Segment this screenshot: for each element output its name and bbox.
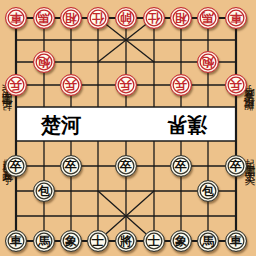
piece-red-chariot[interactable]: 車 — [5, 7, 27, 29]
piece-black-chariot[interactable]: 車 — [225, 230, 247, 252]
piece-character: 士 — [148, 235, 160, 247]
piece-character: 帥 — [120, 12, 132, 24]
piece-red-soldier[interactable]: 兵 — [170, 74, 192, 96]
piece-character: 卒 — [120, 160, 132, 172]
piece-red-soldier[interactable]: 兵 — [60, 74, 82, 96]
piece-red-soldier[interactable]: 兵 — [225, 74, 247, 96]
piece-character: 兵 — [65, 79, 77, 91]
river-text-han-jie: 漢界 — [153, 113, 207, 137]
piece-character: 士 — [92, 235, 104, 247]
piece-character: 車 — [230, 12, 242, 24]
piece-character: 包 — [38, 185, 50, 197]
piece-black-cannon[interactable]: 包 — [197, 180, 219, 202]
piece-black-horse[interactable]: 馬 — [33, 230, 55, 252]
piece-black-general[interactable]: 將 — [115, 230, 137, 252]
xiangqi-board-container: 起手無回大丈夫 觀棋不語真君子 觀棋不語真君子 起手無回大丈夫 楚河 漢界 車馬… — [0, 0, 256, 256]
piece-character: 馬 — [202, 235, 214, 247]
piece-red-cannon[interactable]: 炮 — [197, 51, 219, 73]
piece-character: 相 — [175, 12, 187, 24]
piece-character: 象 — [65, 235, 77, 247]
piece-character: 馬 — [38, 12, 50, 24]
piece-character: 仕 — [148, 12, 160, 24]
piece-black-soldier[interactable]: 卒 — [115, 155, 137, 177]
piece-black-soldier[interactable]: 卒 — [5, 155, 27, 177]
piece-red-elephant[interactable]: 相 — [170, 7, 192, 29]
piece-black-chariot[interactable]: 車 — [5, 230, 27, 252]
piece-character: 兵 — [230, 79, 242, 91]
piece-character: 車 — [230, 235, 242, 247]
board-grid[interactable] — [0, 0, 256, 256]
piece-black-cannon[interactable]: 包 — [33, 180, 55, 202]
piece-red-soldier[interactable]: 兵 — [5, 74, 27, 96]
piece-character: 車 — [10, 12, 22, 24]
piece-character: 卒 — [65, 160, 77, 172]
piece-character: 兵 — [10, 79, 22, 91]
piece-character: 將 — [120, 235, 132, 247]
piece-black-soldier[interactable]: 卒 — [170, 155, 192, 177]
piece-character: 兵 — [175, 79, 187, 91]
piece-character: 包 — [202, 185, 214, 197]
piece-red-advisor[interactable]: 仕 — [143, 7, 165, 29]
piece-character: 車 — [10, 235, 22, 247]
piece-red-horse[interactable]: 馬 — [197, 7, 219, 29]
piece-red-elephant[interactable]: 相 — [60, 7, 82, 29]
piece-character: 馬 — [202, 12, 214, 24]
piece-black-horse[interactable]: 馬 — [197, 230, 219, 252]
piece-red-cannon[interactable]: 炮 — [33, 51, 55, 73]
piece-character: 卒 — [175, 160, 187, 172]
piece-character: 炮 — [202, 56, 214, 68]
piece-red-general[interactable]: 帥 — [115, 7, 137, 29]
river-text-chu-he: 楚河 — [41, 113, 95, 137]
piece-character: 象 — [175, 235, 187, 247]
piece-black-soldier[interactable]: 卒 — [60, 155, 82, 177]
piece-character: 炮 — [38, 56, 50, 68]
piece-character: 仕 — [92, 12, 104, 24]
piece-red-horse[interactable]: 馬 — [33, 7, 55, 29]
piece-red-soldier[interactable]: 兵 — [115, 74, 137, 96]
piece-red-chariot[interactable]: 車 — [225, 7, 247, 29]
piece-character: 卒 — [230, 160, 242, 172]
piece-black-soldier[interactable]: 卒 — [225, 155, 247, 177]
piece-character: 卒 — [10, 160, 22, 172]
piece-character: 馬 — [38, 235, 50, 247]
piece-black-advisor[interactable]: 士 — [143, 230, 165, 252]
piece-black-elephant[interactable]: 象 — [170, 230, 192, 252]
piece-black-advisor[interactable]: 士 — [87, 230, 109, 252]
piece-character: 兵 — [120, 79, 132, 91]
piece-red-advisor[interactable]: 仕 — [87, 7, 109, 29]
piece-character: 相 — [65, 12, 77, 24]
piece-black-elephant[interactable]: 象 — [60, 230, 82, 252]
